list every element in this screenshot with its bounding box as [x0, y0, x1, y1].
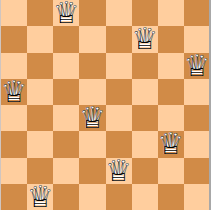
square-b4[interactable] — [27, 105, 53, 131]
chessboard-diagram: ♛♕♛♕♛♕♛♕♛♕♛♕♛♕♛♕ — [0, 0, 211, 210]
square-g1[interactable] — [158, 184, 184, 210]
square-b1[interactable]: ♛♕ — [27, 184, 53, 210]
square-e1[interactable] — [106, 184, 132, 210]
white-queen-h6: ♛♕ — [184, 53, 210, 79]
square-f2[interactable] — [132, 158, 158, 184]
square-a5[interactable]: ♛♕ — [1, 79, 27, 105]
square-h4[interactable] — [184, 105, 210, 131]
white-queen-e2: ♛♕ — [106, 158, 132, 184]
square-f1[interactable] — [132, 184, 158, 210]
square-e5[interactable] — [106, 79, 132, 105]
white-queen-icon: ♕ — [1, 79, 27, 105]
square-f4[interactable] — [132, 105, 158, 131]
square-h5[interactable] — [184, 79, 210, 105]
white-queen-a5: ♛♕ — [1, 79, 27, 105]
square-h8[interactable] — [184, 0, 210, 26]
square-f6[interactable] — [132, 53, 158, 79]
square-h1[interactable] — [184, 184, 210, 210]
square-e6[interactable] — [106, 53, 132, 79]
square-a4[interactable] — [1, 105, 27, 131]
square-c8[interactable]: ♛♕ — [53, 0, 79, 26]
square-e8[interactable] — [106, 0, 132, 26]
white-queen-icon: ♕ — [53, 0, 79, 26]
white-queen-c8: ♛♕ — [53, 0, 79, 26]
square-h3[interactable] — [184, 131, 210, 157]
square-h6[interactable]: ♛♕ — [184, 53, 210, 79]
square-a8[interactable] — [1, 0, 27, 26]
white-queen-g3: ♛♕ — [158, 131, 184, 157]
white-queen-icon: ♕ — [184, 53, 210, 79]
square-a7[interactable] — [1, 26, 27, 52]
square-g2[interactable] — [158, 158, 184, 184]
white-queen-icon: ♕ — [158, 131, 184, 157]
square-b8[interactable] — [27, 0, 53, 26]
square-a2[interactable] — [1, 158, 27, 184]
white-queen-b1: ♛♕ — [27, 184, 53, 210]
square-g6[interactable] — [158, 53, 184, 79]
square-d6[interactable] — [79, 53, 105, 79]
white-queen-d4: ♛♕ — [79, 105, 105, 131]
square-d3[interactable] — [79, 131, 105, 157]
square-h2[interactable] — [184, 158, 210, 184]
square-b6[interactable] — [27, 53, 53, 79]
square-g7[interactable] — [158, 26, 184, 52]
square-a3[interactable] — [1, 131, 27, 157]
square-c7[interactable] — [53, 26, 79, 52]
square-f3[interactable] — [132, 131, 158, 157]
white-queen-icon: ♕ — [106, 158, 132, 184]
square-e2[interactable]: ♛♕ — [106, 158, 132, 184]
square-b3[interactable] — [27, 131, 53, 157]
chess-board: ♛♕♛♕♛♕♛♕♛♕♛♕♛♕♛♕ — [0, 0, 210, 210]
square-e7[interactable] — [106, 26, 132, 52]
white-queen-icon: ♕ — [132, 26, 158, 52]
square-g8[interactable] — [158, 0, 184, 26]
square-d4[interactable]: ♛♕ — [79, 105, 105, 131]
square-b5[interactable] — [27, 79, 53, 105]
square-c4[interactable] — [53, 105, 79, 131]
square-c1[interactable] — [53, 184, 79, 210]
square-d1[interactable] — [79, 184, 105, 210]
square-d8[interactable] — [79, 0, 105, 26]
square-f7[interactable]: ♛♕ — [132, 26, 158, 52]
square-g3[interactable]: ♛♕ — [158, 131, 184, 157]
square-c6[interactable] — [53, 53, 79, 79]
square-b7[interactable] — [27, 26, 53, 52]
white-queen-icon: ♕ — [79, 105, 105, 131]
square-g5[interactable] — [158, 79, 184, 105]
square-d2[interactable] — [79, 158, 105, 184]
square-c3[interactable] — [53, 131, 79, 157]
square-f5[interactable] — [132, 79, 158, 105]
white-queen-icon: ♕ — [27, 184, 53, 210]
board-right-edge-line — [209, 0, 211, 210]
square-c2[interactable] — [53, 158, 79, 184]
square-d7[interactable] — [79, 26, 105, 52]
square-a1[interactable] — [1, 184, 27, 210]
square-c5[interactable] — [53, 79, 79, 105]
white-queen-f7: ♛♕ — [132, 26, 158, 52]
square-e4[interactable] — [106, 105, 132, 131]
